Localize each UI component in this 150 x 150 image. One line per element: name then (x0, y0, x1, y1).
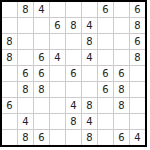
cell-r3c5[interactable] (66, 34, 81, 49)
cell-r5c4[interactable] (50, 66, 65, 81)
cell-r4c3: 6 (34, 50, 49, 65)
cell-r8c6: 4 (82, 114, 97, 129)
cell-r1c5[interactable] (66, 2, 81, 17)
cell-r8c1[interactable] (2, 114, 17, 129)
cell-r3c3[interactable] (34, 34, 49, 49)
cell-r7c1: 6 (2, 98, 17, 113)
cell-r6c2: 8 (18, 82, 33, 97)
cell-r5c7: 6 (98, 66, 113, 81)
cell-r9c1[interactable] (2, 130, 17, 145)
cell-r9c6: 8 (82, 130, 97, 145)
cell-r3c6: 8 (82, 34, 97, 49)
cell-r5c3: 6 (34, 66, 49, 81)
cell-r8c7[interactable] (98, 114, 113, 129)
cell-r9c4[interactable] (50, 130, 65, 145)
cell-r4c8[interactable] (114, 50, 129, 65)
cell-r5c6[interactable] (82, 66, 97, 81)
cell-r3c1: 8 (2, 34, 17, 49)
cell-r6c1[interactable] (2, 82, 17, 97)
cell-r2c6: 4 (82, 18, 97, 33)
cell-r4c5[interactable] (66, 50, 81, 65)
cell-r9c9: 4 (130, 130, 145, 145)
cell-r3c8[interactable] (114, 34, 129, 49)
cell-r1c7: 6 (98, 2, 113, 17)
cell-r2c7[interactable] (98, 18, 113, 33)
cell-r5c9[interactable] (130, 66, 145, 81)
cell-r2c5: 8 (66, 18, 81, 33)
cell-r7c9[interactable] (130, 98, 145, 113)
cell-r7c2[interactable] (18, 98, 33, 113)
cell-r2c8[interactable] (114, 18, 129, 33)
cell-r6c9[interactable] (130, 82, 145, 97)
cell-r2c4: 6 (50, 18, 65, 33)
cell-r6c6[interactable] (82, 82, 97, 97)
cell-r5c5: 6 (66, 66, 81, 81)
cell-r4c1: 8 (2, 50, 17, 65)
cell-r3c9: 6 (130, 34, 145, 49)
cell-r5c2: 6 (18, 66, 33, 81)
cell-r4c6: 4 (82, 50, 97, 65)
cell-r2c1[interactable] (2, 18, 17, 33)
cell-r4c9: 8 (130, 50, 145, 65)
cell-r7c4[interactable] (50, 98, 65, 113)
cell-r6c7: 6 (98, 82, 113, 97)
cell-r9c2: 8 (18, 130, 33, 145)
cell-r6c3: 8 (34, 82, 49, 97)
cell-r8c9[interactable] (130, 114, 145, 129)
cell-r2c2[interactable] (18, 18, 33, 33)
cell-r3c2[interactable] (18, 34, 33, 49)
cell-r5c1[interactable] (2, 66, 17, 81)
cell-r8c8[interactable] (114, 114, 129, 129)
cell-r3c4[interactable] (50, 34, 65, 49)
cell-r3c7[interactable] (98, 34, 113, 49)
cell-r4c7[interactable] (98, 50, 113, 65)
cell-r7c3[interactable] (34, 98, 49, 113)
sudoku-board: 8466684888686448666668868648848486864 (0, 0, 147, 147)
cell-r7c5: 4 (66, 98, 81, 113)
cell-r4c4: 4 (50, 50, 65, 65)
cell-r1c3: 4 (34, 2, 49, 17)
cell-r9c8: 6 (114, 130, 129, 145)
cell-r6c8: 8 (114, 82, 129, 97)
cell-r1c2: 8 (18, 2, 33, 17)
cell-r1c4[interactable] (50, 2, 65, 17)
cell-r8c3[interactable] (34, 114, 49, 129)
cell-r6c5[interactable] (66, 82, 81, 97)
cell-r1c9: 6 (130, 2, 145, 17)
cell-r7c7[interactable] (98, 98, 113, 113)
cell-r2c3[interactable] (34, 18, 49, 33)
cell-r6c4[interactable] (50, 82, 65, 97)
cell-r8c4[interactable] (50, 114, 65, 129)
cell-r8c5: 8 (66, 114, 81, 129)
cell-r8c2: 4 (18, 114, 33, 129)
cell-r1c6[interactable] (82, 2, 97, 17)
cell-r1c1[interactable] (2, 2, 17, 17)
cell-r9c3: 6 (34, 130, 49, 145)
cell-r7c8: 8 (114, 98, 129, 113)
cell-r1c8[interactable] (114, 2, 129, 17)
cell-r7c6: 8 (82, 98, 97, 113)
cell-r9c5[interactable] (66, 130, 81, 145)
cell-r4c2[interactable] (18, 50, 33, 65)
cell-r2c9: 8 (130, 18, 145, 33)
cell-r5c8: 6 (114, 66, 129, 81)
cell-r9c7[interactable] (98, 130, 113, 145)
